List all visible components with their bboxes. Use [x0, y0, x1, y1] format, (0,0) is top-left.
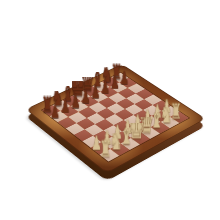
product-photo-scene: ♜♟♟♜♞♟♟♞♝♟♟♝♛♟♟♛♚♟♟♚♝♟♟♝♞♟♟♞♜♟♟♜	[0, 0, 220, 220]
piece-black-bishop: ♝	[62, 86, 74, 105]
piece-black-rook: ♜	[41, 95, 53, 114]
piece-black-king: ♚	[72, 81, 84, 100]
square-h8: ♜	[42, 105, 60, 116]
board-grid: ♜♟♟♜♞♟♟♞♝♟♟♝♛♟♟♛♚♟♟♚♝♟♟♝♞♟♟♞♜♟♟♜	[42, 73, 189, 162]
piece-black-rook: ♜	[111, 63, 122, 81]
chess-board: ♜♟♟♜♞♟♟♞♝♟♟♝♛♟♟♛♚♟♟♚♝♟♟♝♞♟♟♞♜♟♟♜	[25, 64, 205, 173]
